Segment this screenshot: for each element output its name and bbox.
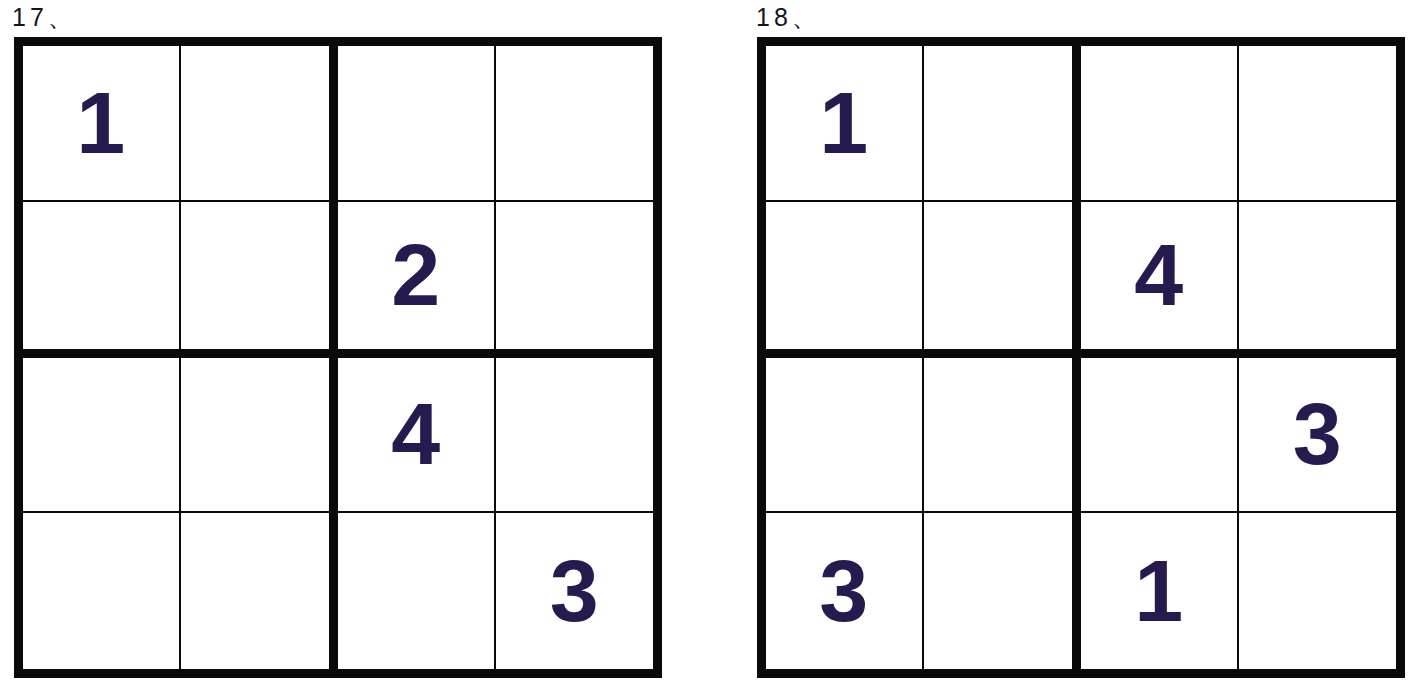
sudoku-board-17: 1 2 4 3 bbox=[14, 37, 662, 678]
p18-cell-r4c1: 3 bbox=[766, 513, 924, 669]
p17-cell-r3c3: 4 bbox=[338, 358, 496, 514]
p17-cell-r4c3[interactable] bbox=[338, 513, 496, 669]
p17-cell-r2c4[interactable] bbox=[496, 202, 654, 358]
p17-cell-r3c2[interactable] bbox=[181, 358, 339, 514]
puzzle-18-label: 18、 bbox=[756, 4, 821, 32]
p18-cell-r1c3[interactable] bbox=[1081, 46, 1239, 202]
p18-cell-r3c4: 3 bbox=[1239, 358, 1397, 514]
p17-cell-r4c2[interactable] bbox=[181, 513, 339, 669]
puzzle-17-label: 17、 bbox=[12, 4, 77, 32]
p18-cell-r4c2[interactable] bbox=[924, 513, 1082, 669]
p18-cell-r2c2[interactable] bbox=[924, 202, 1082, 358]
p17-cell-r3c1[interactable] bbox=[23, 358, 181, 514]
p18-cell-r2c4[interactable] bbox=[1239, 202, 1397, 358]
p17-cell-r4c4: 3 bbox=[496, 513, 654, 669]
p18-cell-r1c4[interactable] bbox=[1239, 46, 1397, 202]
p17-cell-r4c1[interactable] bbox=[23, 513, 181, 669]
p17-cell-r1c2[interactable] bbox=[181, 46, 339, 202]
p17-cell-r3c4[interactable] bbox=[496, 358, 654, 514]
p18-cell-r4c4[interactable] bbox=[1239, 513, 1397, 669]
p18-cell-r2c1[interactable] bbox=[766, 202, 924, 358]
p17-cell-r2c1[interactable] bbox=[23, 202, 181, 358]
p18-cell-r3c3[interactable] bbox=[1081, 358, 1239, 514]
p18-cell-r2c3: 4 bbox=[1081, 202, 1239, 358]
p18-cell-r4c3: 1 bbox=[1081, 513, 1239, 669]
p18-cell-r3c2[interactable] bbox=[924, 358, 1082, 514]
worksheet-page: 17、 18、 1 2 4 3 1 4 3 3 1 bbox=[0, 0, 1426, 692]
p17-cell-r2c3: 2 bbox=[338, 202, 496, 358]
p18-cell-r1c1: 1 bbox=[766, 46, 924, 202]
p17-cell-r1c1: 1 bbox=[23, 46, 181, 202]
sudoku-board-18: 1 4 3 3 1 bbox=[757, 37, 1405, 678]
p17-cell-r1c3[interactable] bbox=[338, 46, 496, 202]
p17-cell-r1c4[interactable] bbox=[496, 46, 654, 202]
p18-cell-r3c1[interactable] bbox=[766, 358, 924, 514]
p18-cell-r1c2[interactable] bbox=[924, 46, 1082, 202]
p17-cell-r2c2[interactable] bbox=[181, 202, 339, 358]
